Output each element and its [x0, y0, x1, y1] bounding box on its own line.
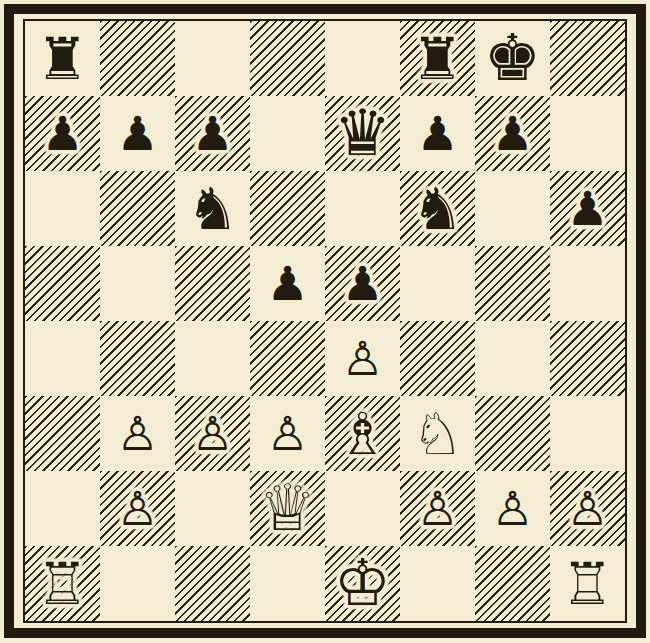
square-h2: ♙ — [550, 471, 625, 546]
square-c4 — [175, 321, 250, 396]
square-c2 — [175, 471, 250, 546]
square-e1: ♔ — [325, 546, 400, 621]
square-a7: ♟ — [25, 96, 100, 171]
square-g4 — [475, 321, 550, 396]
white-pawn-c3: ♙ — [191, 410, 233, 457]
square-f6: ♞ — [400, 171, 475, 246]
square-g1 — [475, 546, 550, 621]
square-f7: ♟ — [400, 96, 475, 171]
black-pawn-c7: ♟ — [191, 110, 233, 157]
black-pawn-b7: ♟ — [116, 110, 158, 157]
black-queen-e7: ♛ — [334, 101, 391, 167]
square-h7 — [550, 96, 625, 171]
square-h3 — [550, 396, 625, 471]
square-e3: ♗ — [325, 396, 400, 471]
square-c5 — [175, 246, 250, 321]
square-g6 — [475, 171, 550, 246]
square-b2: ♙ — [100, 471, 175, 546]
square-d4 — [250, 321, 325, 396]
square-a6 — [25, 171, 100, 246]
square-f1 — [400, 546, 475, 621]
board-outer-frame: ♜♜♚♟♟♟♛♟♟♞♞♟♟♟♙♙♙♙♗♘♙♕♙♙♙♖♔♖ — [4, 4, 646, 638]
black-pawn-e5: ♟ — [341, 260, 383, 307]
white-pawn-b3: ♙ — [116, 410, 158, 457]
square-c6: ♞ — [175, 171, 250, 246]
square-f4 — [400, 321, 475, 396]
white-pawn-e4: ♙ — [341, 335, 383, 382]
square-c8 — [175, 21, 250, 96]
white-pawn-b2: ♙ — [116, 485, 158, 532]
square-d5: ♟ — [250, 246, 325, 321]
square-g5 — [475, 246, 550, 321]
square-b6 — [100, 171, 175, 246]
white-king-e1: ♔ — [334, 551, 391, 617]
square-a8: ♜ — [25, 21, 100, 96]
board-inner-rule: ♜♜♚♟♟♟♛♟♟♞♞♟♟♟♙♙♙♙♗♘♙♕♙♙♙♖♔♖ — [23, 19, 627, 623]
chess-board: ♜♜♚♟♟♟♛♟♟♞♞♟♟♟♙♙♙♙♗♘♙♕♙♙♙♖♔♖ — [25, 21, 625, 621]
white-pawn-g2: ♙ — [491, 485, 533, 532]
black-pawn-f7: ♟ — [416, 110, 458, 157]
black-pawn-d5: ♟ — [266, 260, 308, 307]
square-g3 — [475, 396, 550, 471]
black-knight-f6: ♞ — [412, 180, 464, 238]
black-rook-a8: ♜ — [37, 30, 89, 88]
square-d6 — [250, 171, 325, 246]
square-e7: ♛ — [325, 96, 400, 171]
white-rook-a1: ♖ — [37, 555, 89, 613]
square-b8 — [100, 21, 175, 96]
square-c7: ♟ — [175, 96, 250, 171]
white-pawn-h2: ♙ — [566, 485, 608, 532]
square-c3: ♙ — [175, 396, 250, 471]
square-c1 — [175, 546, 250, 621]
square-f3: ♘ — [400, 396, 475, 471]
square-b4 — [100, 321, 175, 396]
square-e6 — [325, 171, 400, 246]
square-e2 — [325, 471, 400, 546]
square-h5 — [550, 246, 625, 321]
square-d8 — [250, 21, 325, 96]
black-knight-c6: ♞ — [187, 180, 239, 238]
square-h6: ♟ — [550, 171, 625, 246]
square-d7 — [250, 96, 325, 171]
square-f5 — [400, 246, 475, 321]
square-b7: ♟ — [100, 96, 175, 171]
white-knight-f3: ♘ — [412, 405, 464, 463]
square-a2 — [25, 471, 100, 546]
square-g8: ♚ — [475, 21, 550, 96]
square-f2: ♙ — [400, 471, 475, 546]
square-e8 — [325, 21, 400, 96]
square-h4 — [550, 321, 625, 396]
black-pawn-h6: ♟ — [566, 185, 608, 232]
square-a3 — [25, 396, 100, 471]
square-g2: ♙ — [475, 471, 550, 546]
square-e5: ♟ — [325, 246, 400, 321]
white-pawn-d3: ♙ — [266, 410, 308, 457]
square-b3: ♙ — [100, 396, 175, 471]
square-b5 — [100, 246, 175, 321]
square-e4: ♙ — [325, 321, 400, 396]
square-h1: ♖ — [550, 546, 625, 621]
white-pawn-f2: ♙ — [416, 485, 458, 532]
square-a4 — [25, 321, 100, 396]
square-a5 — [25, 246, 100, 321]
white-queen-d2: ♕ — [259, 476, 316, 542]
square-d3: ♙ — [250, 396, 325, 471]
black-king-g8: ♚ — [484, 26, 541, 92]
black-pawn-a7: ♟ — [41, 110, 83, 157]
black-rook-f8: ♜ — [412, 30, 464, 88]
square-h8 — [550, 21, 625, 96]
white-bishop-e3: ♗ — [337, 405, 389, 463]
printed-diagram-page: ♜♜♚♟♟♟♛♟♟♞♞♟♟♟♙♙♙♙♗♘♙♕♙♙♙♖♔♖ — [0, 0, 650, 643]
square-d2: ♕ — [250, 471, 325, 546]
black-pawn-g7: ♟ — [491, 110, 533, 157]
square-b1 — [100, 546, 175, 621]
square-d1 — [250, 546, 325, 621]
square-a1: ♖ — [25, 546, 100, 621]
square-f8: ♜ — [400, 21, 475, 96]
white-rook-h1: ♖ — [562, 555, 614, 613]
square-g7: ♟ — [475, 96, 550, 171]
